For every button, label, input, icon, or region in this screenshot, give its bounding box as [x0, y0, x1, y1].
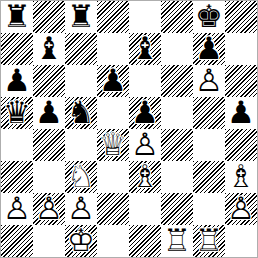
square-f6[interactable]: [161, 65, 193, 97]
square-e4[interactable]: ♟♙: [129, 129, 161, 161]
square-g7[interactable]: ♟♟: [193, 33, 225, 65]
piece-black-pawn: ♟♟: [97, 65, 129, 97]
piece-black-rook: ♜♜: [65, 1, 97, 33]
square-a2[interactable]: ♟♙: [1, 193, 33, 225]
square-f4[interactable]: [161, 129, 193, 161]
square-g3[interactable]: [193, 161, 225, 193]
piece-white-pawn: ♟♙: [193, 65, 225, 97]
piece-white-rook: ♜♖: [193, 225, 225, 257]
square-e6[interactable]: [129, 65, 161, 97]
square-b6[interactable]: [33, 65, 65, 97]
square-b4[interactable]: [33, 129, 65, 161]
piece-white-pawn: ♟♙: [225, 193, 257, 225]
square-b3[interactable]: [33, 161, 65, 193]
piece-white-bishop: ♝♗: [225, 161, 257, 193]
square-g1[interactable]: ♜♖: [193, 225, 225, 257]
square-a4[interactable]: [1, 129, 33, 161]
square-f5[interactable]: [161, 97, 193, 129]
square-b8[interactable]: [33, 1, 65, 33]
square-h8[interactable]: [225, 1, 257, 33]
square-e8[interactable]: [129, 1, 161, 33]
square-e2[interactable]: [129, 193, 161, 225]
square-e3[interactable]: ♝♗: [129, 161, 161, 193]
square-b7[interactable]: ♝♝: [33, 33, 65, 65]
square-g4[interactable]: [193, 129, 225, 161]
piece-white-bishop: ♝♗: [129, 161, 161, 193]
square-f2[interactable]: [161, 193, 193, 225]
square-a1[interactable]: [1, 225, 33, 257]
board-grid: ♜♜♜♜♚♚♝♝♝♝♟♟♟♟♟♟♟♙♛♛♟♟♞♞♟♟♟♟♛♕♟♙♞♘♝♗♝♗♟♙…: [1, 1, 257, 257]
piece-black-bishop: ♝♝: [129, 33, 161, 65]
square-d2[interactable]: [97, 193, 129, 225]
piece-black-pawn: ♟♟: [225, 97, 257, 129]
piece-black-bishop: ♝♝: [33, 33, 65, 65]
square-h5[interactable]: ♟♟: [225, 97, 257, 129]
square-e5[interactable]: ♟♟: [129, 97, 161, 129]
piece-white-pawn: ♟♙: [65, 193, 97, 225]
square-d6[interactable]: ♟♟: [97, 65, 129, 97]
square-h1[interactable]: [225, 225, 257, 257]
square-g5[interactable]: [193, 97, 225, 129]
square-a5[interactable]: ♛♛: [1, 97, 33, 129]
piece-black-king: ♚♚: [193, 1, 225, 33]
square-g8[interactable]: ♚♚: [193, 1, 225, 33]
piece-black-pawn: ♟♟: [1, 65, 33, 97]
piece-white-knight: ♞♘: [65, 161, 97, 193]
square-c7[interactable]: [65, 33, 97, 65]
piece-black-knight: ♞♞: [65, 97, 97, 129]
piece-white-pawn: ♟♙: [1, 193, 33, 225]
square-d8[interactable]: [97, 1, 129, 33]
square-a8[interactable]: ♜♜: [1, 1, 33, 33]
square-f7[interactable]: [161, 33, 193, 65]
square-h7[interactable]: [225, 33, 257, 65]
square-h3[interactable]: ♝♗: [225, 161, 257, 193]
square-d1[interactable]: [97, 225, 129, 257]
piece-white-rook: ♜♖: [161, 225, 193, 257]
square-c5[interactable]: ♞♞: [65, 97, 97, 129]
piece-white-pawn: ♟♙: [129, 129, 161, 161]
chess-board: ♜♜♜♜♚♚♝♝♝♝♟♟♟♟♟♟♟♙♛♛♟♟♞♞♟♟♟♟♛♕♟♙♞♘♝♗♝♗♟♙…: [0, 0, 258, 258]
square-d4[interactable]: ♛♕: [97, 129, 129, 161]
square-c8[interactable]: ♜♜: [65, 1, 97, 33]
square-b2[interactable]: ♟♙: [33, 193, 65, 225]
square-e7[interactable]: ♝♝: [129, 33, 161, 65]
square-c4[interactable]: [65, 129, 97, 161]
square-f1[interactable]: ♜♖: [161, 225, 193, 257]
square-d5[interactable]: [97, 97, 129, 129]
piece-black-pawn: ♟♟: [129, 97, 161, 129]
square-g2[interactable]: [193, 193, 225, 225]
square-f3[interactable]: [161, 161, 193, 193]
square-d3[interactable]: [97, 161, 129, 193]
square-c3[interactable]: ♞♘: [65, 161, 97, 193]
square-h6[interactable]: [225, 65, 257, 97]
square-g6[interactable]: ♟♙: [193, 65, 225, 97]
square-a3[interactable]: [1, 161, 33, 193]
square-b1[interactable]: [33, 225, 65, 257]
piece-black-pawn: ♟♟: [193, 33, 225, 65]
square-a6[interactable]: ♟♟: [1, 65, 33, 97]
square-d7[interactable]: [97, 33, 129, 65]
piece-white-queen: ♛♕: [97, 129, 129, 161]
square-e1[interactable]: [129, 225, 161, 257]
square-a7[interactable]: [1, 33, 33, 65]
square-h4[interactable]: [225, 129, 257, 161]
piece-black-pawn: ♟♟: [33, 97, 65, 129]
piece-black-queen: ♛♛: [1, 97, 33, 129]
square-c1[interactable]: ♚♔: [65, 225, 97, 257]
square-c2[interactable]: ♟♙: [65, 193, 97, 225]
piece-white-pawn: ♟♙: [33, 193, 65, 225]
square-c6[interactable]: [65, 65, 97, 97]
square-h2[interactable]: ♟♙: [225, 193, 257, 225]
piece-black-rook: ♜♜: [1, 1, 33, 33]
square-b5[interactable]: ♟♟: [33, 97, 65, 129]
square-f8[interactable]: [161, 1, 193, 33]
piece-white-king: ♚♔: [65, 225, 97, 257]
